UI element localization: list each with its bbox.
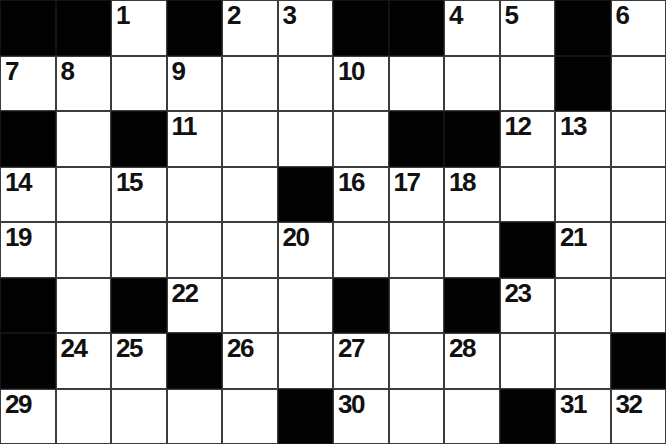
letter-cell[interactable]: 6 <box>611 0 666 56</box>
letter-cell[interactable]: 19 <box>0 222 56 278</box>
letter-cell[interactable] <box>278 333 334 389</box>
letter-cell[interactable]: 4 <box>444 0 500 56</box>
letter-cell[interactable]: 27 <box>333 333 389 389</box>
letter-cell[interactable] <box>611 56 666 112</box>
letter-cell[interactable]: 1 <box>111 0 167 56</box>
block-cell <box>444 278 500 334</box>
letter-cell[interactable] <box>111 222 167 278</box>
block-cell <box>167 333 223 389</box>
clue-number: 15 <box>116 168 142 197</box>
letter-cell[interactable]: 11 <box>167 111 223 167</box>
letter-cell[interactable]: 22 <box>167 278 223 334</box>
letter-cell[interactable] <box>611 222 666 278</box>
letter-cell[interactable]: 30 <box>333 389 389 444</box>
letter-cell[interactable]: 10 <box>333 56 389 112</box>
clue-number: 31 <box>560 390 586 419</box>
letter-cell[interactable]: 32 <box>611 389 666 444</box>
letter-cell[interactable] <box>611 278 666 334</box>
clue-number: 19 <box>5 223 31 252</box>
letter-cell[interactable]: 14 <box>0 167 56 223</box>
letter-cell[interactable] <box>500 167 556 223</box>
clue-number: 4 <box>449 1 462 30</box>
clue-number: 30 <box>338 390 364 419</box>
block-cell <box>333 278 389 334</box>
letter-cell[interactable] <box>555 278 611 334</box>
clue-number: 9 <box>172 57 185 86</box>
letter-cell[interactable] <box>222 56 278 112</box>
block-cell <box>0 111 56 167</box>
letter-cell[interactable] <box>278 56 334 112</box>
letter-cell[interactable] <box>333 222 389 278</box>
block-cell <box>500 389 556 444</box>
block-cell <box>0 278 56 334</box>
clue-number: 3 <box>283 1 296 30</box>
clue-number: 22 <box>172 279 198 308</box>
letter-cell[interactable]: 29 <box>0 389 56 444</box>
clue-number: 24 <box>61 334 87 363</box>
letter-cell[interactable] <box>222 222 278 278</box>
letter-cell[interactable] <box>555 333 611 389</box>
crossword-grid: 1234567891011121314151617181920212223242… <box>0 0 666 444</box>
letter-cell[interactable]: 9 <box>167 56 223 112</box>
letter-cell[interactable] <box>222 111 278 167</box>
letter-cell[interactable] <box>278 111 334 167</box>
letter-cell[interactable]: 8 <box>56 56 112 112</box>
letter-cell[interactable] <box>444 56 500 112</box>
letter-cell[interactable] <box>167 389 223 444</box>
block-cell <box>111 111 167 167</box>
clue-number: 12 <box>505 112 531 141</box>
letter-cell[interactable]: 7 <box>0 56 56 112</box>
letter-cell[interactable] <box>500 333 556 389</box>
letter-cell[interactable]: 15 <box>111 167 167 223</box>
letter-cell[interactable] <box>444 222 500 278</box>
letter-cell[interactable] <box>500 56 556 112</box>
block-cell <box>0 333 56 389</box>
block-cell <box>611 333 666 389</box>
block-cell <box>333 0 389 56</box>
clue-number: 18 <box>449 168 475 197</box>
letter-cell[interactable]: 21 <box>555 222 611 278</box>
letter-cell[interactable]: 5 <box>500 0 556 56</box>
block-cell <box>389 111 445 167</box>
clue-number: 21 <box>560 223 586 252</box>
block-cell <box>555 0 611 56</box>
letter-cell[interactable]: 20 <box>278 222 334 278</box>
letter-cell[interactable]: 23 <box>500 278 556 334</box>
clue-number: 11 <box>172 112 197 141</box>
clue-number: 16 <box>338 168 364 197</box>
clue-number: 2 <box>227 1 240 30</box>
letter-cell[interactable] <box>56 278 112 334</box>
block-cell <box>111 278 167 334</box>
letter-cell[interactable]: 28 <box>444 333 500 389</box>
letter-cell[interactable]: 31 <box>555 389 611 444</box>
letter-cell[interactable]: 12 <box>500 111 556 167</box>
clue-number: 20 <box>283 223 309 252</box>
block-cell <box>0 0 56 56</box>
block-cell <box>500 222 556 278</box>
block-cell <box>444 111 500 167</box>
letter-cell[interactable] <box>389 278 445 334</box>
block-cell <box>555 56 611 112</box>
letter-cell[interactable] <box>555 167 611 223</box>
block-cell <box>278 389 334 444</box>
block-cell <box>167 0 223 56</box>
letter-cell[interactable]: 17 <box>389 167 445 223</box>
clue-number: 32 <box>616 390 642 419</box>
letter-cell[interactable] <box>111 389 167 444</box>
clue-number: 14 <box>5 168 31 197</box>
letter-cell[interactable]: 3 <box>278 0 334 56</box>
letter-cell[interactable] <box>222 389 278 444</box>
letter-cell[interactable] <box>389 56 445 112</box>
letter-cell[interactable] <box>167 167 223 223</box>
clue-number: 29 <box>5 390 31 419</box>
letter-cell[interactable] <box>611 111 666 167</box>
letter-cell[interactable]: 13 <box>555 111 611 167</box>
letter-cell[interactable] <box>222 167 278 223</box>
clue-number: 28 <box>449 334 475 363</box>
clue-number: 6 <box>616 1 629 30</box>
letter-cell[interactable]: 2 <box>222 0 278 56</box>
letter-cell[interactable] <box>56 167 112 223</box>
clue-number: 27 <box>338 334 364 363</box>
letter-cell[interactable] <box>611 167 666 223</box>
letter-cell[interactable]: 26 <box>222 333 278 389</box>
clue-number: 26 <box>227 334 253 363</box>
block-cell <box>278 167 334 223</box>
block-cell <box>56 0 112 56</box>
clue-number: 8 <box>61 57 74 86</box>
letter-cell[interactable] <box>56 222 112 278</box>
block-cell <box>389 0 445 56</box>
letter-cell[interactable] <box>222 278 278 334</box>
letter-cell[interactable]: 24 <box>56 333 112 389</box>
clue-number: 13 <box>560 112 586 141</box>
clue-number: 1 <box>116 1 129 30</box>
letter-cell[interactable] <box>111 56 167 112</box>
clue-number: 23 <box>505 279 531 308</box>
letter-cell[interactable] <box>444 389 500 444</box>
letter-cell[interactable]: 25 <box>111 333 167 389</box>
letter-cell[interactable] <box>167 222 223 278</box>
letter-cell[interactable]: 16 <box>333 167 389 223</box>
clue-number: 7 <box>5 57 18 86</box>
clue-number: 25 <box>116 334 142 363</box>
letter-cell[interactable] <box>389 389 445 444</box>
letter-cell[interactable] <box>56 389 112 444</box>
letter-cell[interactable]: 18 <box>444 167 500 223</box>
clue-number: 10 <box>338 57 364 86</box>
letter-cell[interactable] <box>389 222 445 278</box>
letter-cell[interactable] <box>278 278 334 334</box>
clue-number: 17 <box>394 168 420 197</box>
letter-cell[interactable] <box>333 111 389 167</box>
clue-number: 5 <box>505 1 518 30</box>
letter-cell[interactable] <box>56 111 112 167</box>
letter-cell[interactable] <box>389 333 445 389</box>
